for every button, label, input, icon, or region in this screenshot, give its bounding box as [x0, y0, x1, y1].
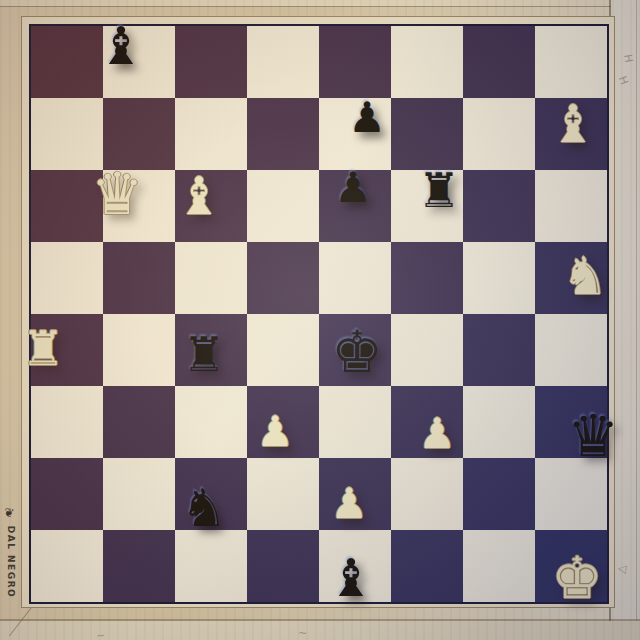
square-g1[interactable]: [463, 530, 535, 602]
square-c1[interactable]: [175, 530, 247, 602]
square-b1[interactable]: [103, 530, 175, 602]
square-d2[interactable]: [247, 458, 319, 530]
square-d7[interactable]: [247, 98, 319, 170]
square-a8[interactable]: [31, 26, 103, 98]
square-c5[interactable]: [175, 242, 247, 314]
piece-white-pawn-e2[interactable]: ♟: [330, 483, 368, 525]
square-e3[interactable]: [319, 386, 391, 458]
square-a3[interactable]: [31, 386, 103, 458]
pencil-mark: ◁: [617, 561, 627, 575]
piece-white-rook-a4[interactable]: ♜: [21, 324, 64, 372]
square-a2[interactable]: [31, 458, 103, 530]
chess-board: ♝♟♝♛♝♟♜♞♜♜♚♟♟♛♟♞♝♚: [29, 24, 609, 604]
square-a5[interactable]: [31, 242, 103, 314]
piece-black-bishop-e1[interactable]: ♝: [328, 552, 375, 604]
square-b5[interactable]: [103, 242, 175, 314]
square-c3[interactable]: [175, 386, 247, 458]
piece-black-knight-c2[interactable]: ♞: [181, 482, 228, 534]
piece-black-rook-c4[interactable]: ♜: [182, 330, 225, 378]
square-a1[interactable]: [31, 530, 103, 602]
square-b3[interactable]: [103, 386, 175, 458]
piece-white-queen-b6[interactable]: ♛: [91, 165, 143, 223]
square-g4[interactable]: [463, 314, 535, 386]
square-h4[interactable]: [535, 314, 607, 386]
piece-white-knight-h5[interactable]: ♞: [562, 250, 609, 302]
pencil-mark: ~: [95, 629, 106, 640]
piece-black-pawn-e7[interactable]: ♟: [348, 97, 386, 139]
square-g2[interactable]: [463, 458, 535, 530]
box-seam-top: [0, 6, 640, 7]
piece-white-pawn-d3[interactable]: ♟: [256, 411, 294, 453]
pencil-mark: ~: [298, 627, 307, 640]
square-e5[interactable]: [319, 242, 391, 314]
piece-black-king-e4[interactable]: ♚: [331, 323, 383, 381]
piece-black-pawn-e6[interactable]: ♟: [334, 167, 372, 209]
square-e8[interactable]: [319, 26, 391, 98]
square-b2[interactable]: [103, 458, 175, 530]
square-f1[interactable]: [391, 530, 463, 602]
square-g6[interactable]: [463, 170, 535, 242]
piece-black-rook-f6[interactable]: ♜: [417, 166, 460, 214]
square-c7[interactable]: [175, 98, 247, 170]
piece-white-bishop-c6[interactable]: ♝: [176, 170, 223, 222]
square-f4[interactable]: [391, 314, 463, 386]
square-g5[interactable]: [463, 242, 535, 314]
piece-black-queen-h3[interactable]: ♛: [567, 407, 619, 465]
box-seam-right-outer: [636, 0, 637, 640]
squares-grid: [31, 26, 607, 602]
brand-label: DAL NEGRO: [4, 522, 16, 602]
square-b4[interactable]: [103, 314, 175, 386]
square-f5[interactable]: [391, 242, 463, 314]
square-d4[interactable]: [247, 314, 319, 386]
piece-white-pawn-f3[interactable]: ♟: [418, 413, 456, 455]
square-h6[interactable]: [535, 170, 607, 242]
square-d1[interactable]: [247, 530, 319, 602]
square-d5[interactable]: [247, 242, 319, 314]
square-g8[interactable]: [463, 26, 535, 98]
square-g3[interactable]: [463, 386, 535, 458]
square-g7[interactable]: [463, 98, 535, 170]
square-f2[interactable]: [391, 458, 463, 530]
square-f8[interactable]: [391, 26, 463, 98]
square-f7[interactable]: [391, 98, 463, 170]
square-d8[interactable]: [247, 26, 319, 98]
piece-white-bishop-h7[interactable]: ♝: [550, 98, 597, 150]
square-c8[interactable]: [175, 26, 247, 98]
square-d6[interactable]: [247, 170, 319, 242]
piece-black-bishop-b8[interactable]: ♝: [98, 20, 145, 72]
piece-white-king-h1[interactable]: ♚: [551, 549, 603, 607]
square-h8[interactable]: [535, 26, 607, 98]
